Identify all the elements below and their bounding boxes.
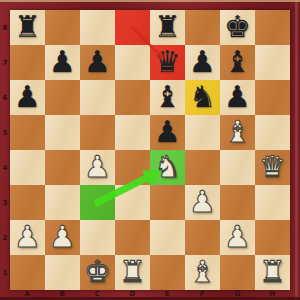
square-h3[interactable] bbox=[255, 185, 290, 220]
rank-label-3: 3 bbox=[0, 185, 10, 220]
black-rook-e8[interactable]: ♜ bbox=[150, 10, 185, 45]
white-pawn-c4[interactable]: ♟ bbox=[80, 150, 115, 185]
square-b2[interactable]: ♟ bbox=[45, 220, 80, 255]
square-b7[interactable]: ♟ bbox=[45, 45, 80, 80]
black-bishop-e6[interactable]: ♝ bbox=[150, 80, 185, 115]
square-c2[interactable] bbox=[80, 220, 115, 255]
square-g3[interactable] bbox=[220, 185, 255, 220]
square-b5[interactable] bbox=[45, 115, 80, 150]
square-c6[interactable] bbox=[80, 80, 115, 115]
square-f7[interactable]: ♟ bbox=[185, 45, 220, 80]
square-g7[interactable]: ♝ bbox=[220, 45, 255, 80]
board-squares: ♜♜♚♟♟♛♟♝♟♝♞♟♟♝♟♞♛♟♟♟♟♚♜♝♜ bbox=[10, 10, 290, 290]
file-label-f: F bbox=[185, 290, 220, 298]
square-c3[interactable] bbox=[80, 185, 115, 220]
black-pawn-e5[interactable]: ♟ bbox=[150, 115, 185, 150]
board-edge-highlight bbox=[295, 0, 298, 300]
square-a6[interactable]: ♟ bbox=[10, 80, 45, 115]
square-e2[interactable] bbox=[150, 220, 185, 255]
square-f5[interactable] bbox=[185, 115, 220, 150]
square-c4[interactable]: ♟ bbox=[80, 150, 115, 185]
square-b4[interactable] bbox=[45, 150, 80, 185]
black-pawn-a6[interactable]: ♟ bbox=[10, 80, 45, 115]
square-a5[interactable] bbox=[10, 115, 45, 150]
white-pawn-g2[interactable]: ♟ bbox=[220, 220, 255, 255]
square-g1[interactable] bbox=[220, 255, 255, 290]
square-a2[interactable]: ♟ bbox=[10, 220, 45, 255]
white-rook-h1[interactable]: ♜ bbox=[255, 255, 290, 290]
square-d7[interactable] bbox=[115, 45, 150, 80]
black-pawn-g6[interactable]: ♟ bbox=[220, 80, 255, 115]
square-f3[interactable]: ♟ bbox=[185, 185, 220, 220]
square-e3[interactable] bbox=[150, 185, 185, 220]
square-h1[interactable]: ♜ bbox=[255, 255, 290, 290]
white-knight-e4[interactable]: ♞ bbox=[150, 150, 185, 185]
square-e6[interactable]: ♝ bbox=[150, 80, 185, 115]
file-label-a: A bbox=[10, 290, 45, 298]
square-g5[interactable]: ♝ bbox=[220, 115, 255, 150]
white-queen-h4[interactable]: ♛ bbox=[255, 150, 290, 185]
black-pawn-b7[interactable]: ♟ bbox=[45, 45, 80, 80]
square-h5[interactable] bbox=[255, 115, 290, 150]
white-bishop-f1[interactable]: ♝ bbox=[185, 255, 220, 290]
square-f2[interactable] bbox=[185, 220, 220, 255]
square-g4[interactable] bbox=[220, 150, 255, 185]
rank-label-1: 1 bbox=[0, 255, 10, 290]
square-e7[interactable]: ♛ bbox=[150, 45, 185, 80]
file-label-g: G bbox=[220, 290, 255, 298]
white-rook-d1[interactable]: ♜ bbox=[115, 255, 150, 290]
square-a8[interactable]: ♜ bbox=[10, 10, 45, 45]
white-bishop-g5[interactable]: ♝ bbox=[220, 115, 255, 150]
file-label-b: B bbox=[45, 290, 80, 298]
rank-label-2: 2 bbox=[0, 220, 10, 255]
square-a3[interactable] bbox=[10, 185, 45, 220]
file-label-h: H bbox=[255, 290, 290, 298]
black-pawn-f7[interactable]: ♟ bbox=[185, 45, 220, 80]
square-h6[interactable] bbox=[255, 80, 290, 115]
square-g6[interactable]: ♟ bbox=[220, 80, 255, 115]
square-c5[interactable] bbox=[80, 115, 115, 150]
square-g2[interactable]: ♟ bbox=[220, 220, 255, 255]
white-pawn-a2[interactable]: ♟ bbox=[10, 220, 45, 255]
square-e8[interactable]: ♜ bbox=[150, 10, 185, 45]
square-d3[interactable] bbox=[115, 185, 150, 220]
rank-label-8: 8 bbox=[0, 10, 10, 45]
square-d5[interactable] bbox=[115, 115, 150, 150]
file-label-e: E bbox=[150, 290, 185, 298]
white-pawn-f3[interactable]: ♟ bbox=[185, 185, 220, 220]
square-f4[interactable] bbox=[185, 150, 220, 185]
square-e4[interactable]: ♞ bbox=[150, 150, 185, 185]
square-c1[interactable]: ♚ bbox=[80, 255, 115, 290]
rank-label-6: 6 bbox=[0, 80, 10, 115]
square-h2[interactable] bbox=[255, 220, 290, 255]
square-h4[interactable]: ♛ bbox=[255, 150, 290, 185]
chessboard: ♜♜♚♟♟♛♟♝♟♝♞♟♟♝♟♞♛♟♟♟♟♚♜♝♜ 87654321 ABCDE… bbox=[0, 0, 300, 300]
square-c8[interactable] bbox=[80, 10, 115, 45]
rank-label-5: 5 bbox=[0, 115, 10, 150]
black-rook-a8[interactable]: ♜ bbox=[10, 10, 45, 45]
square-b6[interactable] bbox=[45, 80, 80, 115]
square-b3[interactable] bbox=[45, 185, 80, 220]
square-e1[interactable] bbox=[150, 255, 185, 290]
square-d2[interactable] bbox=[115, 220, 150, 255]
black-bishop-g7[interactable]: ♝ bbox=[220, 45, 255, 80]
white-king-c1[interactable]: ♚ bbox=[80, 255, 115, 290]
file-label-c: C bbox=[80, 290, 115, 298]
black-pawn-c7[interactable]: ♟ bbox=[80, 45, 115, 80]
black-king-g8[interactable]: ♚ bbox=[220, 10, 255, 45]
square-f1[interactable]: ♝ bbox=[185, 255, 220, 290]
square-f6[interactable]: ♞ bbox=[185, 80, 220, 115]
square-g8[interactable]: ♚ bbox=[220, 10, 255, 45]
square-c7[interactable]: ♟ bbox=[80, 45, 115, 80]
square-a7[interactable] bbox=[10, 45, 45, 80]
black-knight-f6[interactable]: ♞ bbox=[185, 80, 220, 115]
square-d1[interactable]: ♜ bbox=[115, 255, 150, 290]
square-e5[interactable]: ♟ bbox=[150, 115, 185, 150]
square-a1[interactable] bbox=[10, 255, 45, 290]
square-d6[interactable] bbox=[115, 80, 150, 115]
square-a4[interactable] bbox=[10, 150, 45, 185]
square-d8[interactable] bbox=[115, 10, 150, 45]
square-h8[interactable] bbox=[255, 10, 290, 45]
square-f8[interactable] bbox=[185, 10, 220, 45]
square-d4[interactable] bbox=[115, 150, 150, 185]
square-b8[interactable] bbox=[45, 10, 80, 45]
black-queen-e7[interactable]: ♛ bbox=[150, 45, 185, 80]
rank-label-7: 7 bbox=[0, 45, 10, 80]
file-label-d: D bbox=[115, 290, 150, 298]
rank-label-4: 4 bbox=[0, 150, 10, 185]
white-pawn-b2[interactable]: ♟ bbox=[45, 220, 80, 255]
square-b1[interactable] bbox=[45, 255, 80, 290]
square-h7[interactable] bbox=[255, 45, 290, 80]
